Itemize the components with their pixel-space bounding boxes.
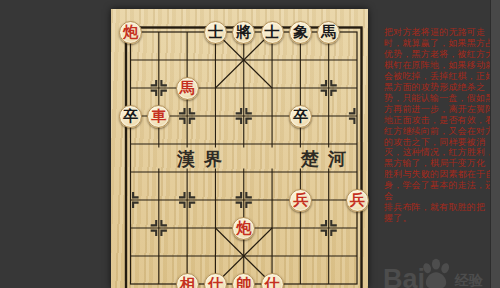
- piece-red-soldier-1[interactable]: 兵: [289, 189, 312, 212]
- piece-red-soldier-2[interactable]: 兵: [346, 189, 369, 212]
- piece-black-soldier-2[interactable]: 卒: [289, 105, 312, 128]
- piece-red-cannon-2[interactable]: 炮: [232, 217, 255, 240]
- piece-black-horse[interactable]: 馬: [317, 21, 340, 44]
- river-label-chu: 楚河: [301, 147, 355, 169]
- piece-black-elephant[interactable]: 象: [289, 21, 312, 44]
- river-label-han: 漢界: [177, 147, 231, 169]
- article-paragraph: 把对方老将逼的无路可走 时，就算赢了，如果黑方占 优势，黑方老将，被红方大 棋钉…: [384, 27, 496, 224]
- piece-black-soldier-1[interactable]: 卒: [119, 105, 142, 128]
- screenshot-stage: 漢界 楚河 把对方老将逼的无路可走 时，就算赢了，如果黑方占 优势，黑方老将，被…: [0, 0, 500, 288]
- piece-black-general[interactable]: 將: [232, 21, 255, 44]
- baidu-paw-icon: [418, 258, 454, 288]
- piece-black-advisor-1[interactable]: 士: [204, 21, 227, 44]
- watermark-chinese-text: 经验: [455, 272, 483, 288]
- piece-black-advisor-2[interactable]: 士: [261, 21, 284, 44]
- baidu-jingyan-watermark: Bai 经验: [381, 258, 496, 288]
- piece-red-horse[interactable]: 馬: [176, 77, 199, 100]
- piece-red-cannon-1[interactable]: 炮: [119, 21, 142, 44]
- scrollbar[interactable]: [490, 0, 500, 288]
- piece-red-chariot[interactable]: 車: [147, 105, 170, 128]
